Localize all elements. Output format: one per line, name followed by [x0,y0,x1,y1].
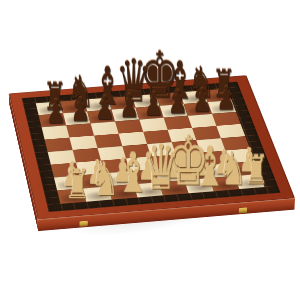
square-c3 [101,159,130,174]
square-h6 [212,112,241,126]
square-f2: ♟ [180,165,209,180]
piece-shadow [60,191,94,205]
brass-clasp-left-icon [79,221,87,227]
product-photo-stage: ♜♞♝♛♚♝♞♜♟♟♟♟♟♟♟♟♟♟♟♟♟♟♟♟♜♞♝♛♚♝♞♜ [0,0,300,300]
square-d5 [119,132,147,146]
square-a5 [45,138,73,152]
square-a3 [51,163,79,178]
board-grid: ♜♞♝♛♚♝♞♜♟♟♟♟♟♟♟♟♟♟♟♟♟♟♟♟♜♞♝♛♚♝♞♜ [36,89,265,204]
square-h7: ♟ [208,100,236,114]
square-b8: ♞ [60,100,87,114]
square-d1: ♛ [134,182,163,197]
square-c1: ♝ [108,184,137,199]
square-e4 [147,142,176,156]
square-a4 [48,150,76,165]
square-c6 [91,121,119,135]
square-b1: ♞ [83,186,112,201]
piece-shadow [238,176,272,190]
square-b7: ♟ [63,111,91,125]
square-h5 [216,124,245,138]
square-h2: ♟ [230,161,260,176]
square-c7: ♟ [87,110,115,124]
square-b5 [69,136,97,150]
piece-shadow [86,189,120,203]
square-d4 [122,144,151,159]
square-h1: ♜ [235,174,265,189]
square-g2: ♟ [205,163,235,178]
brass-clasp-right-icon [239,207,247,213]
board-black-border: ♜♞♝♛♚♝♞♜♟♟♟♟♟♟♟♟♟♟♟♟♟♟♟♟♜♞♝♛♚♝♞♜ [22,82,281,212]
scene: ♜♞♝♛♚♝♞♜♟♟♟♟♟♟♟♟♟♟♟♟♟♟♟♟♜♞♝♛♚♝♞♜ [0,0,300,300]
chess-board: ♜♞♝♛♚♝♞♜♟♟♟♟♟♟♟♟♟♟♟♟♟♟♟♟♜♞♝♛♚♝♞♜ [9,75,295,219]
piece-shadow [133,172,167,186]
